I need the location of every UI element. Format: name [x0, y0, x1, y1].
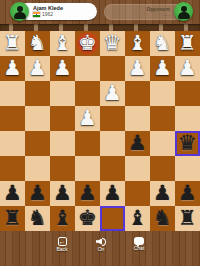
chat-bubble-icon	[134, 237, 144, 245]
square-g7[interactable]: ♟	[25, 181, 50, 206]
square-a8[interactable]: ♜	[175, 206, 200, 231]
chess-board: ♜♞♝♚♛♝♞♜♟♟♟♟♟♟♟♟♟♛♟♟♟♟♟♟♟♜♞♝♚♝♞♜	[0, 31, 200, 231]
chat-button[interactable]: Chat	[126, 237, 152, 251]
square-b5[interactable]	[150, 131, 175, 156]
black-pawn-g7: ♟	[28, 181, 47, 206]
white-rook-h1: ♜	[3, 31, 22, 56]
black-pawn-a7: ♟	[178, 181, 197, 206]
square-b6[interactable]	[150, 156, 175, 181]
square-h3[interactable]	[0, 81, 25, 106]
black-pawn-f7: ♟	[53, 181, 72, 206]
white-pawn-a2: ♟	[178, 56, 197, 81]
square-e1[interactable]: ♚	[75, 31, 100, 56]
speaker-icon	[96, 237, 106, 246]
white-knight-g1: ♞	[28, 31, 47, 56]
square-e8[interactable]: ♚	[75, 206, 100, 231]
black-pawn-e7: ♟	[78, 181, 97, 206]
square-d4[interactable]	[100, 106, 125, 131]
square-d2[interactable]	[100, 56, 125, 81]
black-bishop-f8: ♝	[53, 206, 72, 231]
square-f6[interactable]	[50, 156, 75, 181]
right-player-rating: ----	[108, 12, 170, 18]
square-d5[interactable]	[100, 131, 125, 156]
square-h1[interactable]: ♜	[0, 31, 25, 56]
white-pawn-b2: ♟	[153, 56, 172, 81]
square-h5[interactable]	[0, 131, 25, 156]
square-g8[interactable]: ♞	[25, 206, 50, 231]
square-a3[interactable]	[175, 81, 200, 106]
left-player-avatar	[10, 2, 29, 21]
black-rook-h8: ♜	[3, 206, 22, 231]
back-label: Back	[56, 247, 67, 252]
square-h4[interactable]	[0, 106, 25, 131]
white-pawn-e4: ♟	[78, 106, 97, 131]
person-icon	[174, 2, 193, 21]
back-icon: ←	[58, 237, 67, 246]
square-c8[interactable]: ♝	[125, 206, 150, 231]
square-b4[interactable]	[150, 106, 175, 131]
square-b7[interactable]: ♟	[150, 181, 175, 206]
black-queen-a5: ♛	[178, 131, 197, 156]
square-a1[interactable]: ♜	[175, 31, 200, 56]
square-a2[interactable]: ♟	[175, 56, 200, 81]
square-c3[interactable]	[125, 81, 150, 106]
square-g4[interactable]	[25, 106, 50, 131]
white-bishop-c1: ♝	[128, 31, 147, 56]
white-king-e1: ♚	[78, 31, 97, 56]
square-c1[interactable]: ♝	[125, 31, 150, 56]
square-h7[interactable]: ♟	[0, 181, 25, 206]
app-screen: Ajam Klede 1962 Opponent ---- ♜♞♝♚♛♝♞♜♟♟…	[0, 0, 200, 266]
black-king-e8: ♚	[78, 206, 97, 231]
square-e7[interactable]: ♟	[75, 181, 100, 206]
square-g6[interactable]	[25, 156, 50, 181]
black-pawn-b7: ♟	[153, 181, 172, 206]
square-g3[interactable]	[25, 81, 50, 106]
square-d1[interactable]: ♛	[100, 31, 125, 56]
square-e3[interactable]	[75, 81, 100, 106]
square-c4[interactable]	[125, 106, 150, 131]
square-c5[interactable]: ♟	[125, 131, 150, 156]
square-g2[interactable]: ♟	[25, 56, 50, 81]
square-c2[interactable]: ♟	[125, 56, 150, 81]
square-h6[interactable]	[0, 156, 25, 181]
square-f1[interactable]: ♝	[50, 31, 75, 56]
square-e2[interactable]	[75, 56, 100, 81]
square-e5[interactable]	[75, 131, 100, 156]
square-f8[interactable]: ♝	[50, 206, 75, 231]
left-player-rating: 1962	[42, 12, 53, 17]
square-c7[interactable]	[125, 181, 150, 206]
square-a4[interactable]	[175, 106, 200, 131]
square-d6[interactable]	[100, 156, 125, 181]
white-queen-d1: ♛	[103, 31, 122, 56]
white-bishop-f1: ♝	[53, 31, 72, 56]
square-a6[interactable]	[175, 156, 200, 181]
white-pawn-g2: ♟	[28, 56, 47, 81]
white-pawn-f2: ♟	[53, 56, 72, 81]
left-player-panel: Ajam Klede 1962	[19, 3, 97, 20]
square-d3[interactable]: ♟	[100, 81, 125, 106]
square-h8[interactable]: ♜	[0, 206, 25, 231]
square-b8[interactable]: ♞	[150, 206, 175, 231]
white-pawn-c2: ♟	[128, 56, 147, 81]
white-pawn-d3: ♟	[103, 81, 122, 106]
black-bishop-c8: ♝	[128, 206, 147, 231]
square-a5[interactable]: ♛	[175, 131, 200, 156]
square-a7[interactable]: ♟	[175, 181, 200, 206]
black-pawn-h7: ♟	[3, 181, 22, 206]
black-rook-a8: ♜	[178, 206, 197, 231]
sound-toggle-button[interactable]: On	[88, 237, 114, 252]
square-g1[interactable]: ♞	[25, 31, 50, 56]
square-d7[interactable]: ♟	[100, 181, 125, 206]
black-pawn-c5: ♟	[128, 131, 147, 156]
square-g5[interactable]	[25, 131, 50, 156]
white-knight-b1: ♞	[153, 31, 172, 56]
black-knight-b8: ♞	[153, 206, 172, 231]
square-f3[interactable]	[50, 81, 75, 106]
square-h2[interactable]: ♟	[0, 56, 25, 81]
square-f7[interactable]: ♟	[50, 181, 75, 206]
square-b1[interactable]: ♞	[150, 31, 175, 56]
square-b2[interactable]: ♟	[150, 56, 175, 81]
square-b3[interactable]	[150, 81, 175, 106]
back-button[interactable]: ← Back	[49, 237, 75, 252]
black-pawn-d7: ♟	[103, 181, 122, 206]
right-player-avatar	[174, 2, 193, 21]
square-e4[interactable]: ♟	[75, 106, 100, 131]
square-f5[interactable]	[50, 131, 75, 156]
sound-label: On	[98, 247, 105, 252]
square-e6[interactable]	[75, 156, 100, 181]
square-d8[interactable]	[100, 206, 125, 231]
footer-toolbar: ← Back On Chat	[0, 231, 200, 266]
captured-pieces-tray	[0, 24, 200, 31]
person-icon	[10, 2, 29, 21]
white-rook-a1: ♜	[178, 31, 197, 56]
white-pawn-h2: ♟	[3, 56, 22, 81]
india-flag-icon	[33, 12, 40, 17]
square-f4[interactable]	[50, 106, 75, 131]
black-knight-g8: ♞	[28, 206, 47, 231]
header: Ajam Klede 1962 Opponent ----	[0, 0, 200, 24]
square-f2[interactable]: ♟	[50, 56, 75, 81]
square-c6[interactable]	[125, 156, 150, 181]
